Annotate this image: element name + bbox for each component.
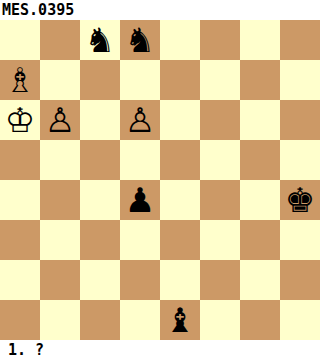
- square-a5[interactable]: [0, 140, 40, 180]
- square-g1[interactable]: [240, 300, 280, 340]
- square-b8[interactable]: [40, 20, 80, 60]
- square-d8[interactable]: ♞: [120, 20, 160, 60]
- square-a7[interactable]: ♗: [0, 60, 40, 100]
- square-e1[interactable]: ♝: [160, 300, 200, 340]
- square-b5[interactable]: [40, 140, 80, 180]
- square-f5[interactable]: [200, 140, 240, 180]
- footer-bar: 1. ?: [0, 340, 320, 360]
- square-a4[interactable]: [0, 180, 40, 220]
- square-b3[interactable]: [40, 220, 80, 260]
- square-h3[interactable]: [280, 220, 320, 260]
- square-e4[interactable]: [160, 180, 200, 220]
- square-f2[interactable]: [200, 260, 240, 300]
- white-pawn: ♙: [125, 100, 155, 140]
- square-d7[interactable]: [120, 60, 160, 100]
- square-b1[interactable]: [40, 300, 80, 340]
- square-c8[interactable]: ♞: [80, 20, 120, 60]
- title-bar: MES.0395: [0, 0, 320, 20]
- square-f3[interactable]: [200, 220, 240, 260]
- square-g4[interactable]: [240, 180, 280, 220]
- square-c3[interactable]: [80, 220, 120, 260]
- square-d3[interactable]: [120, 220, 160, 260]
- square-g3[interactable]: [240, 220, 280, 260]
- black-king: ♚: [285, 180, 315, 220]
- square-h8[interactable]: [280, 20, 320, 60]
- square-f1[interactable]: [200, 300, 240, 340]
- square-f6[interactable]: [200, 100, 240, 140]
- square-b4[interactable]: [40, 180, 80, 220]
- square-c4[interactable]: [80, 180, 120, 220]
- white-pawn: ♙: [45, 100, 75, 140]
- black-bishop: ♝: [165, 300, 195, 340]
- square-c7[interactable]: [80, 60, 120, 100]
- square-c1[interactable]: [80, 300, 120, 340]
- square-g6[interactable]: [240, 100, 280, 140]
- square-g2[interactable]: [240, 260, 280, 300]
- white-king: ♔: [5, 100, 35, 140]
- square-h2[interactable]: [280, 260, 320, 300]
- square-d2[interactable]: [120, 260, 160, 300]
- black-knight: ♞: [85, 20, 115, 60]
- square-e5[interactable]: [160, 140, 200, 180]
- square-d5[interactable]: [120, 140, 160, 180]
- square-g7[interactable]: [240, 60, 280, 100]
- square-a1[interactable]: [0, 300, 40, 340]
- square-f8[interactable]: [200, 20, 240, 60]
- square-c6[interactable]: [80, 100, 120, 140]
- square-a3[interactable]: [0, 220, 40, 260]
- square-c2[interactable]: [80, 260, 120, 300]
- square-h7[interactable]: [280, 60, 320, 100]
- square-e6[interactable]: [160, 100, 200, 140]
- square-e8[interactable]: [160, 20, 200, 60]
- square-b6[interactable]: ♙: [40, 100, 80, 140]
- square-g8[interactable]: [240, 20, 280, 60]
- square-a8[interactable]: [0, 20, 40, 60]
- black-pawn: ♟: [125, 180, 155, 220]
- square-h5[interactable]: [280, 140, 320, 180]
- square-c5[interactable]: [80, 140, 120, 180]
- square-a2[interactable]: [0, 260, 40, 300]
- square-e7[interactable]: [160, 60, 200, 100]
- square-d6[interactable]: ♙: [120, 100, 160, 140]
- square-h1[interactable]: [280, 300, 320, 340]
- square-h6[interactable]: [280, 100, 320, 140]
- square-d4[interactable]: ♟: [120, 180, 160, 220]
- square-a6[interactable]: ♔: [0, 100, 40, 140]
- square-b2[interactable]: [40, 260, 80, 300]
- move-prompt: 1. ?: [0, 340, 44, 360]
- square-f4[interactable]: [200, 180, 240, 220]
- square-h4[interactable]: ♚: [280, 180, 320, 220]
- square-f7[interactable]: [200, 60, 240, 100]
- square-e2[interactable]: [160, 260, 200, 300]
- black-knight: ♞: [125, 20, 155, 60]
- chess-board: ♞♞♗♔♙♙♟♚♝: [0, 20, 320, 340]
- white-bishop: ♗: [5, 60, 35, 100]
- square-b7[interactable]: [40, 60, 80, 100]
- square-e3[interactable]: [160, 220, 200, 260]
- square-g5[interactable]: [240, 140, 280, 180]
- square-d1[interactable]: [120, 300, 160, 340]
- puzzle-id-title: MES.0395: [0, 0, 74, 20]
- chess-puzzle-window: MES.0395 ♞♞♗♔♙♙♟♚♝ 1. ?: [0, 0, 320, 360]
